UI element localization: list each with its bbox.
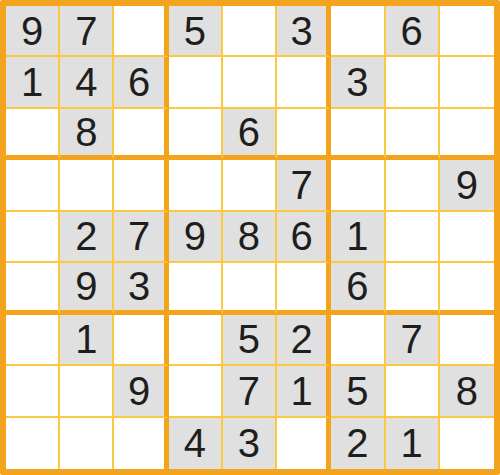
cell-r4c6: 7 [277, 160, 331, 211]
cell-r5c4: 9 [169, 212, 223, 263]
cell-r9c8: 1 [386, 418, 440, 469]
cell-r2c5[interactable] [223, 57, 277, 108]
cell-r7c3[interactable] [114, 315, 168, 366]
cell-r6c5[interactable] [223, 263, 277, 314]
cell-r8c8[interactable] [386, 366, 440, 417]
cell-r6c6[interactable] [277, 263, 331, 314]
cell-r2c8[interactable] [386, 57, 440, 108]
cell-r8c7: 5 [331, 366, 385, 417]
cell-r2c1: 1 [6, 57, 60, 108]
cell-r9c7: 2 [331, 418, 385, 469]
cell-r5c2: 2 [60, 212, 114, 263]
cell-r3c6[interactable] [277, 109, 331, 160]
cell-r9c6[interactable] [277, 418, 331, 469]
cell-r8c2[interactable] [60, 366, 114, 417]
cell-r2c9[interactable] [440, 57, 494, 108]
cell-r6c4[interactable] [169, 263, 223, 314]
cell-r4c7[interactable] [331, 160, 385, 211]
cell-r5c5: 8 [223, 212, 277, 263]
cell-r2c6[interactable] [277, 57, 331, 108]
cell-r4c4[interactable] [169, 160, 223, 211]
cell-r7c8: 7 [386, 315, 440, 366]
cell-r8c4[interactable] [169, 366, 223, 417]
cell-r9c1[interactable] [6, 418, 60, 469]
cell-r8c5: 7 [223, 366, 277, 417]
cell-r4c9: 9 [440, 160, 494, 211]
cell-r3c5: 6 [223, 109, 277, 160]
cell-r5c3: 7 [114, 212, 168, 263]
cell-r1c6: 3 [277, 6, 331, 57]
cell-r1c9[interactable] [440, 6, 494, 57]
cell-r4c3[interactable] [114, 160, 168, 211]
cell-r6c8[interactable] [386, 263, 440, 314]
cell-r1c4: 5 [169, 6, 223, 57]
cell-r2c2: 4 [60, 57, 114, 108]
cell-r2c3: 6 [114, 57, 168, 108]
cell-r5c7: 1 [331, 212, 385, 263]
cell-r9c3[interactable] [114, 418, 168, 469]
cell-r1c5[interactable] [223, 6, 277, 57]
cell-r7c6: 2 [277, 315, 331, 366]
cell-r7c1[interactable] [6, 315, 60, 366]
cell-r3c1[interactable] [6, 109, 60, 160]
cell-r8c3: 9 [114, 366, 168, 417]
cell-r9c2[interactable] [60, 418, 114, 469]
cell-r2c7: 3 [331, 57, 385, 108]
cell-r8c6: 1 [277, 366, 331, 417]
cell-r1c7[interactable] [331, 6, 385, 57]
cell-r2c4[interactable] [169, 57, 223, 108]
sudoku-board: 97536146386792798619361527971584321 [0, 0, 500, 475]
cell-r7c9[interactable] [440, 315, 494, 366]
cell-r9c9[interactable] [440, 418, 494, 469]
cell-r6c7: 6 [331, 263, 385, 314]
cell-r1c1: 9 [6, 6, 60, 57]
cell-r3c9[interactable] [440, 109, 494, 160]
cell-r6c3: 3 [114, 263, 168, 314]
cell-r3c2: 8 [60, 109, 114, 160]
cell-r4c1[interactable] [6, 160, 60, 211]
cell-r1c8: 6 [386, 6, 440, 57]
cell-r1c2: 7 [60, 6, 114, 57]
cell-r6c2: 9 [60, 263, 114, 314]
cell-r3c4[interactable] [169, 109, 223, 160]
cell-r4c2[interactable] [60, 160, 114, 211]
cell-r3c7[interactable] [331, 109, 385, 160]
cell-r1c3[interactable] [114, 6, 168, 57]
cell-r7c2: 1 [60, 315, 114, 366]
cell-r5c1[interactable] [6, 212, 60, 263]
cell-r6c9[interactable] [440, 263, 494, 314]
cell-r5c8[interactable] [386, 212, 440, 263]
cell-r8c1[interactable] [6, 366, 60, 417]
cell-r4c5[interactable] [223, 160, 277, 211]
cell-r3c3[interactable] [114, 109, 168, 160]
cell-r3c8[interactable] [386, 109, 440, 160]
cell-r7c5: 5 [223, 315, 277, 366]
cell-r4c8[interactable] [386, 160, 440, 211]
cell-r6c1[interactable] [6, 263, 60, 314]
cell-r9c5: 3 [223, 418, 277, 469]
cell-r8c9: 8 [440, 366, 494, 417]
cell-r9c4: 4 [169, 418, 223, 469]
cell-r7c7[interactable] [331, 315, 385, 366]
cell-r5c6: 6 [277, 212, 331, 263]
cell-r5c9[interactable] [440, 212, 494, 263]
cell-r7c4[interactable] [169, 315, 223, 366]
